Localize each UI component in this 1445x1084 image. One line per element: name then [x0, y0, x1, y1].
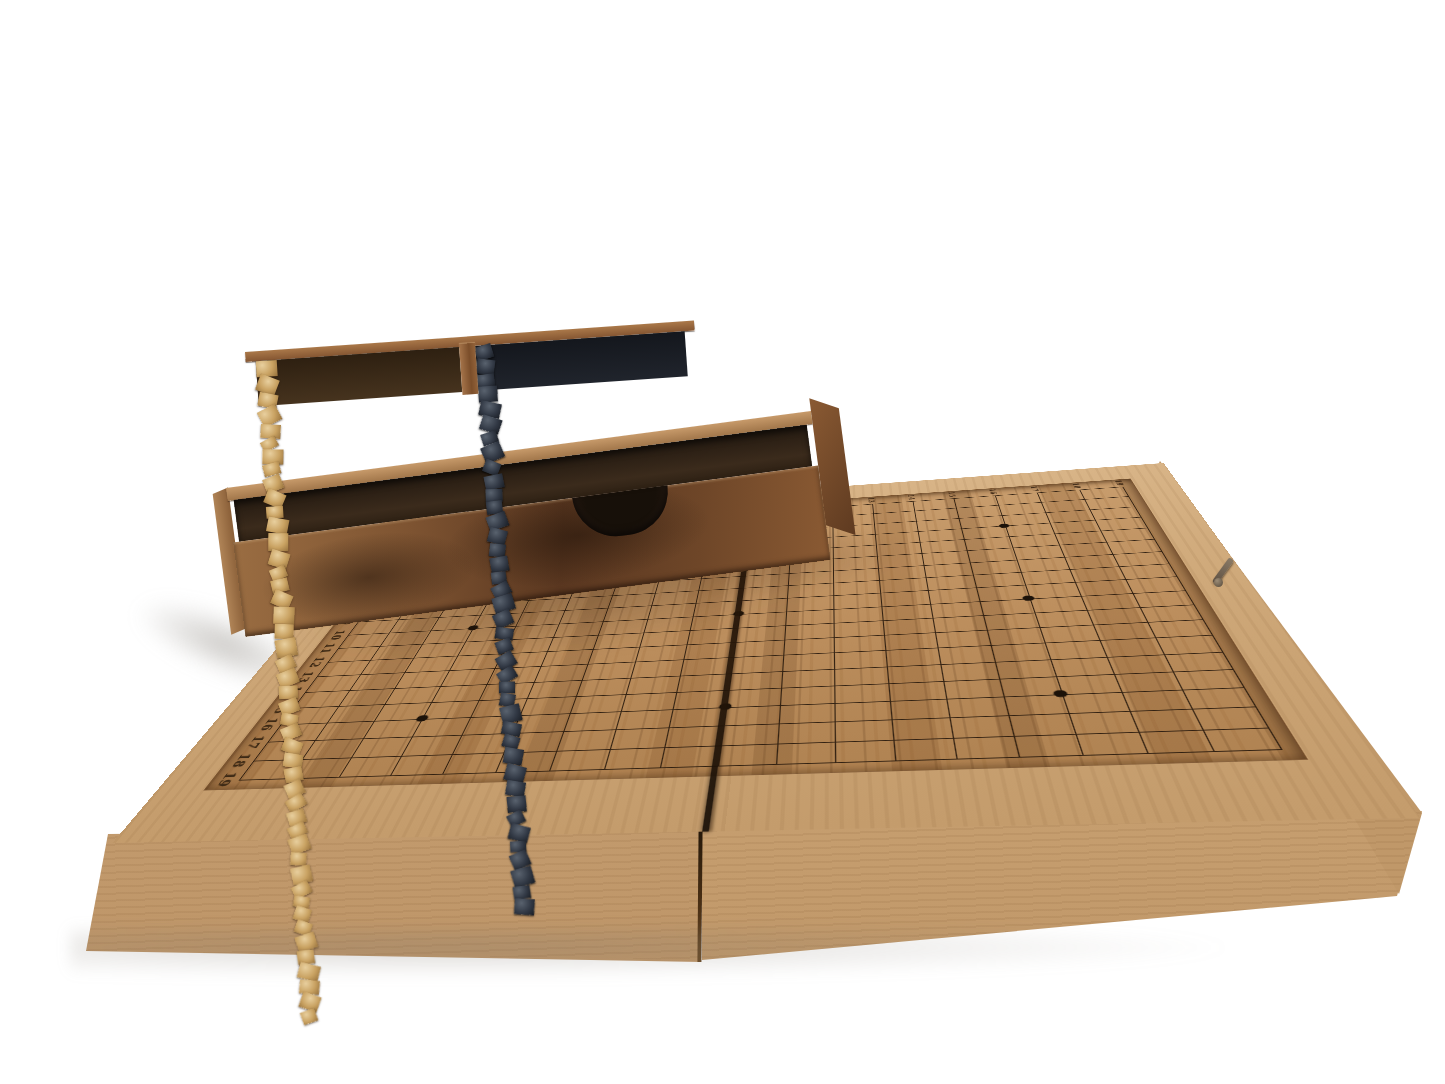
grid-cell — [888, 681, 946, 701]
grid-cell — [889, 699, 949, 720]
grid-cell — [1138, 729, 1213, 753]
grid-cell — [1172, 669, 1243, 690]
grid-cell — [610, 728, 669, 749]
grid-cell — [557, 730, 616, 751]
grid-cell — [834, 720, 893, 742]
light-go-stone — [273, 607, 294, 625]
grid-cell — [520, 696, 576, 715]
column-coordinate-label: 13 — [866, 496, 876, 504]
grid-cell — [777, 722, 834, 744]
grid-cell — [621, 692, 677, 711]
column-coordinate-label: 18 — [1070, 482, 1083, 490]
grid-cell — [834, 740, 894, 763]
grid-cell — [1114, 672, 1182, 693]
grid-cell — [949, 716, 1013, 738]
grid-cell — [1068, 711, 1138, 733]
grid-cell — [775, 742, 834, 764]
column-coordinate-label: 19 — [1112, 479, 1126, 487]
clasp-pin-icon — [1214, 578, 1223, 587]
column-coordinate-label: 17 — [1028, 485, 1041, 493]
grid-cell — [834, 701, 891, 722]
column-coordinate-label: 14 — [906, 493, 917, 501]
grid-cell — [720, 724, 778, 745]
product-photo-scene: 1234567891011121314151617181912345678910… — [0, 0, 1445, 1084]
grid-cell — [1129, 709, 1202, 731]
metal-clasp — [1210, 552, 1246, 598]
grid-cell — [605, 747, 665, 769]
row-coordinate-label: 19 — [212, 770, 240, 788]
grid-cell — [999, 676, 1062, 696]
grid-cell — [1182, 687, 1255, 709]
grid-cell — [1075, 732, 1147, 755]
grid-cell — [1013, 734, 1082, 757]
grid-cell — [1003, 694, 1068, 715]
grid-cell — [1202, 727, 1281, 751]
grid-cell — [564, 711, 622, 731]
grid-cell — [952, 736, 1018, 759]
grid-cell — [1008, 714, 1075, 736]
grid-cell — [1192, 707, 1268, 730]
grid-cell — [779, 686, 834, 706]
grid-cell — [891, 718, 952, 740]
grid-cell — [616, 709, 673, 729]
floor-shadow — [70, 928, 1400, 984]
column-coordinate-label: 15 — [946, 491, 957, 499]
grid-cell — [726, 688, 781, 708]
grid-cell — [723, 705, 779, 725]
grid-cell — [943, 679, 1003, 699]
grid-cell — [778, 703, 834, 724]
grid-cell — [717, 743, 776, 765]
grid-cell — [1062, 692, 1130, 713]
grid-cell — [946, 697, 1008, 718]
grid-cell — [570, 694, 626, 713]
grid-cell — [893, 738, 956, 761]
grid-cell — [550, 749, 611, 771]
grid-cell — [834, 683, 890, 703]
dark-go-stone — [514, 898, 535, 916]
light-go-stone — [256, 360, 278, 377]
grid-cell — [1121, 690, 1191, 712]
dark-go-stone — [489, 555, 510, 573]
column-coordinate-label: 16 — [987, 488, 999, 496]
